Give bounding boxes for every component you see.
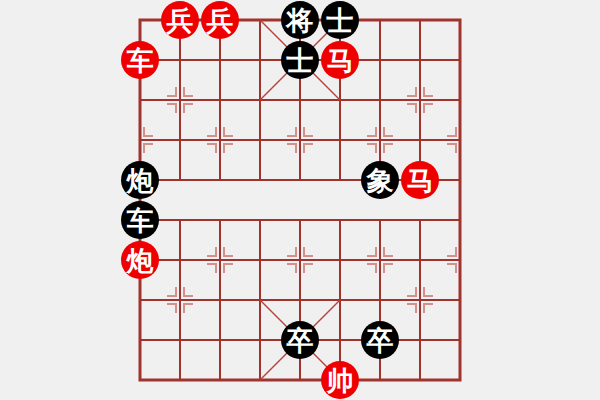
piece-glyph: 卒 [367, 327, 394, 354]
piece-red-cannon[interactable]: 炮 [120, 240, 160, 280]
piece-red-soldier[interactable]: 兵 [160, 0, 200, 40]
black-piece-disc: 士 [281, 41, 319, 79]
piece-red-horse[interactable]: 马 [400, 160, 440, 200]
piece-glyph: 将 [287, 7, 314, 34]
red-piece-disc: 车 [121, 41, 159, 79]
black-piece-disc: 象 [361, 161, 399, 199]
piece-glyph: 兵 [207, 7, 234, 34]
piece-glyph: 车 [127, 47, 154, 74]
piece-red-horse[interactable]: 马 [320, 40, 360, 80]
red-piece-disc: 兵 [201, 1, 239, 39]
xiangqi-board: 兵兵将士车士马炮象马车炮卒卒帅 [0, 0, 600, 400]
red-piece-disc: 马 [321, 41, 359, 79]
piece-red-general[interactable]: 帅 [320, 360, 360, 400]
piece-black-soldier[interactable]: 卒 [360, 320, 400, 360]
black-piece-disc: 炮 [121, 161, 159, 199]
piece-red-chariot[interactable]: 车 [120, 40, 160, 80]
piece-black-cannon[interactable]: 炮 [120, 160, 160, 200]
black-piece-disc: 将 [281, 1, 319, 39]
red-piece-disc: 帅 [321, 361, 359, 399]
piece-black-elephant[interactable]: 象 [360, 160, 400, 200]
piece-glyph: 士 [327, 7, 354, 34]
red-piece-disc: 炮 [121, 241, 159, 279]
piece-glyph: 炮 [127, 167, 154, 194]
black-piece-disc: 卒 [281, 321, 319, 359]
piece-black-soldier[interactable]: 卒 [280, 320, 320, 360]
black-piece-disc: 卒 [361, 321, 399, 359]
piece-black-advisor[interactable]: 士 [320, 0, 360, 40]
piece-black-chariot[interactable]: 车 [120, 200, 160, 240]
red-piece-disc: 马 [401, 161, 439, 199]
piece-glyph: 兵 [167, 7, 194, 34]
black-piece-disc: 车 [121, 201, 159, 239]
piece-glyph: 帅 [327, 367, 354, 394]
black-piece-disc: 士 [321, 1, 359, 39]
piece-red-soldier[interactable]: 兵 [200, 0, 240, 40]
pieces-grid: 兵兵将士车士马炮象马车炮卒卒帅 [120, 0, 480, 400]
piece-glyph: 炮 [127, 247, 154, 274]
piece-glyph: 卒 [287, 327, 314, 354]
piece-glyph: 马 [407, 167, 434, 194]
piece-glyph: 士 [287, 47, 314, 74]
piece-black-advisor[interactable]: 士 [280, 40, 320, 80]
piece-black-general[interactable]: 将 [280, 0, 320, 40]
piece-glyph: 象 [367, 167, 394, 194]
piece-glyph: 车 [127, 207, 154, 234]
piece-glyph: 马 [327, 47, 354, 74]
red-piece-disc: 兵 [161, 1, 199, 39]
